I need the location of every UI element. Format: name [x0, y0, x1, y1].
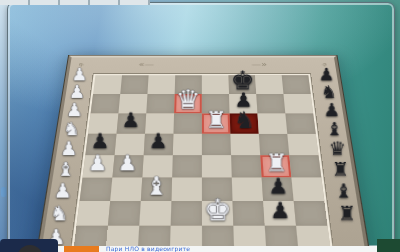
square-a7[interactable] [91, 94, 121, 113]
square-d6[interactable] [173, 113, 201, 133]
piece-white-queen-d7[interactable]: ♛ [174, 85, 202, 113]
square-b6[interactable]: ♟ [117, 113, 147, 133]
captured-white-pawn: ♟ [49, 178, 76, 202]
piece-white-pawn-b4[interactable]: ♟ [112, 147, 142, 177]
piece-black-pawn-g2[interactable]: ♟ [265, 193, 296, 224]
captured-white-bishop: ♝ [52, 157, 79, 180]
captured-white-pawn: ♟ [65, 80, 90, 101]
chess-board: « » «— —» « » ♟♟♟♞♟♝♟♞♟ ♚♛♟♟♜♞♟♟♟♟♜♝♟♚♟ … [32, 56, 374, 248]
chess-game-window: « » «— —» « » ♟♟♟♞♟♝♟♞♟ ♚♛♟♟♜♞♟♟♟♟♜♝♟♚♟ … [7, 2, 395, 248]
square-a4[interactable]: ♟ [83, 155, 115, 177]
square-e2[interactable]: ♚ [202, 201, 233, 226]
square-a1[interactable] [73, 226, 108, 248]
board-perspective-wrapper: « » «— —» « » ♟♟♟♞♟♝♟♞♟ ♚♛♟♟♜♞♟♟♟♟♜♝♟♚♟ … [8, 3, 394, 247]
square-h7[interactable] [283, 94, 313, 113]
square-g7[interactable] [256, 94, 285, 113]
captured-black-pawn: ♟ [314, 63, 338, 84]
square-a2[interactable] [77, 201, 111, 226]
piece-white-bishop-c3[interactable]: ♝ [141, 170, 172, 201]
piece-white-king-e2[interactable]: ♚ [202, 193, 233, 224]
square-g2[interactable]: ♟ [263, 201, 296, 226]
captured-black-rook: ♜ [333, 200, 361, 225]
square-g8[interactable] [255, 75, 283, 94]
page-behind-icon [1, 187, 6, 197]
page-hyperlink[interactable]: Пари НЛО в видеоигрите [106, 245, 190, 252]
square-h2[interactable] [294, 201, 328, 226]
captured-white-knight: ♞ [45, 200, 73, 225]
page-green-box [377, 239, 400, 252]
square-e5[interactable] [202, 134, 231, 155]
square-c6[interactable] [145, 113, 174, 133]
square-d3[interactable] [171, 178, 202, 201]
browser-tabs-strip[interactable] [0, 0, 150, 5]
square-b7[interactable] [118, 94, 147, 113]
square-d2[interactable] [171, 201, 202, 226]
square-e8[interactable] [202, 75, 229, 94]
piece-black-pawn-b6[interactable]: ♟ [117, 105, 146, 133]
square-f1[interactable] [233, 226, 266, 248]
piece-white-pawn-a4[interactable]: ♟ [83, 147, 113, 177]
piece-black-king-f8[interactable]: ♚ [229, 66, 256, 93]
square-h6[interactable] [285, 113, 315, 133]
square-f3[interactable] [232, 178, 263, 201]
page-orange-icon [64, 246, 99, 252]
square-c2[interactable] [139, 201, 171, 226]
square-b4[interactable]: ♟ [112, 155, 143, 177]
square-a3[interactable] [80, 178, 113, 201]
captured-black-bishop: ♝ [330, 178, 357, 202]
square-c8[interactable] [147, 75, 175, 94]
square-e7[interactable] [202, 94, 230, 113]
piece-black-pawn-f7[interactable]: ♟ [230, 85, 258, 113]
square-e4[interactable] [202, 155, 232, 177]
square-f6[interactable]: ♞ [230, 113, 259, 133]
square-f5[interactable] [230, 134, 260, 155]
square-b8[interactable] [120, 75, 148, 94]
square-h8[interactable] [282, 75, 311, 94]
square-e6[interactable]: ♜ [202, 113, 230, 133]
square-d4[interactable] [172, 155, 202, 177]
piece-white-rook-e6[interactable]: ♜ [202, 105, 230, 133]
square-c3[interactable]: ♝ [141, 178, 172, 201]
captured-black-knight: ♞ [317, 80, 342, 101]
captured-white-pawn: ♟ [67, 63, 91, 84]
board-grid: ♚♛♟♟♜♞♟♟♟♟♜♝♟♚♟ [71, 74, 334, 248]
piece-black-knight-f6[interactable]: ♞ [230, 105, 258, 133]
rim-ornament: —» [251, 61, 267, 68]
square-h4[interactable] [289, 155, 321, 177]
square-b2[interactable] [108, 201, 141, 226]
square-f4[interactable] [231, 155, 262, 177]
page-behind-bottom [0, 246, 400, 252]
square-e1[interactable] [202, 226, 234, 248]
square-h5[interactable] [287, 134, 318, 155]
rim-ornament: » [319, 61, 330, 69]
square-g1[interactable] [265, 226, 299, 248]
square-h1[interactable] [296, 226, 331, 248]
square-f7[interactable]: ♟ [229, 94, 257, 113]
square-c5[interactable]: ♟ [144, 134, 174, 155]
square-g6[interactable] [258, 113, 288, 133]
rim-ornament: «— [138, 61, 154, 68]
square-a6[interactable] [88, 113, 118, 133]
rim-ornament: « [76, 61, 87, 69]
square-f2[interactable] [233, 201, 265, 226]
square-a8[interactable] [93, 75, 122, 94]
captured-black-pawn: ♟ [319, 98, 344, 120]
captured-black-rook: ♜ [327, 157, 354, 180]
square-h3[interactable] [291, 178, 324, 201]
square-d5[interactable] [173, 134, 202, 155]
square-c7[interactable] [146, 94, 174, 113]
square-d8[interactable] [175, 75, 202, 94]
square-f8[interactable]: ♚ [228, 75, 256, 94]
square-d7[interactable]: ♛ [174, 94, 202, 113]
screen: { "game": "chess", "app": { "style": "ch… [0, 0, 400, 252]
piece-black-pawn-c5[interactable]: ♟ [144, 125, 173, 154]
captured-white-pawn: ♟ [62, 98, 87, 120]
square-b3[interactable] [110, 178, 142, 201]
